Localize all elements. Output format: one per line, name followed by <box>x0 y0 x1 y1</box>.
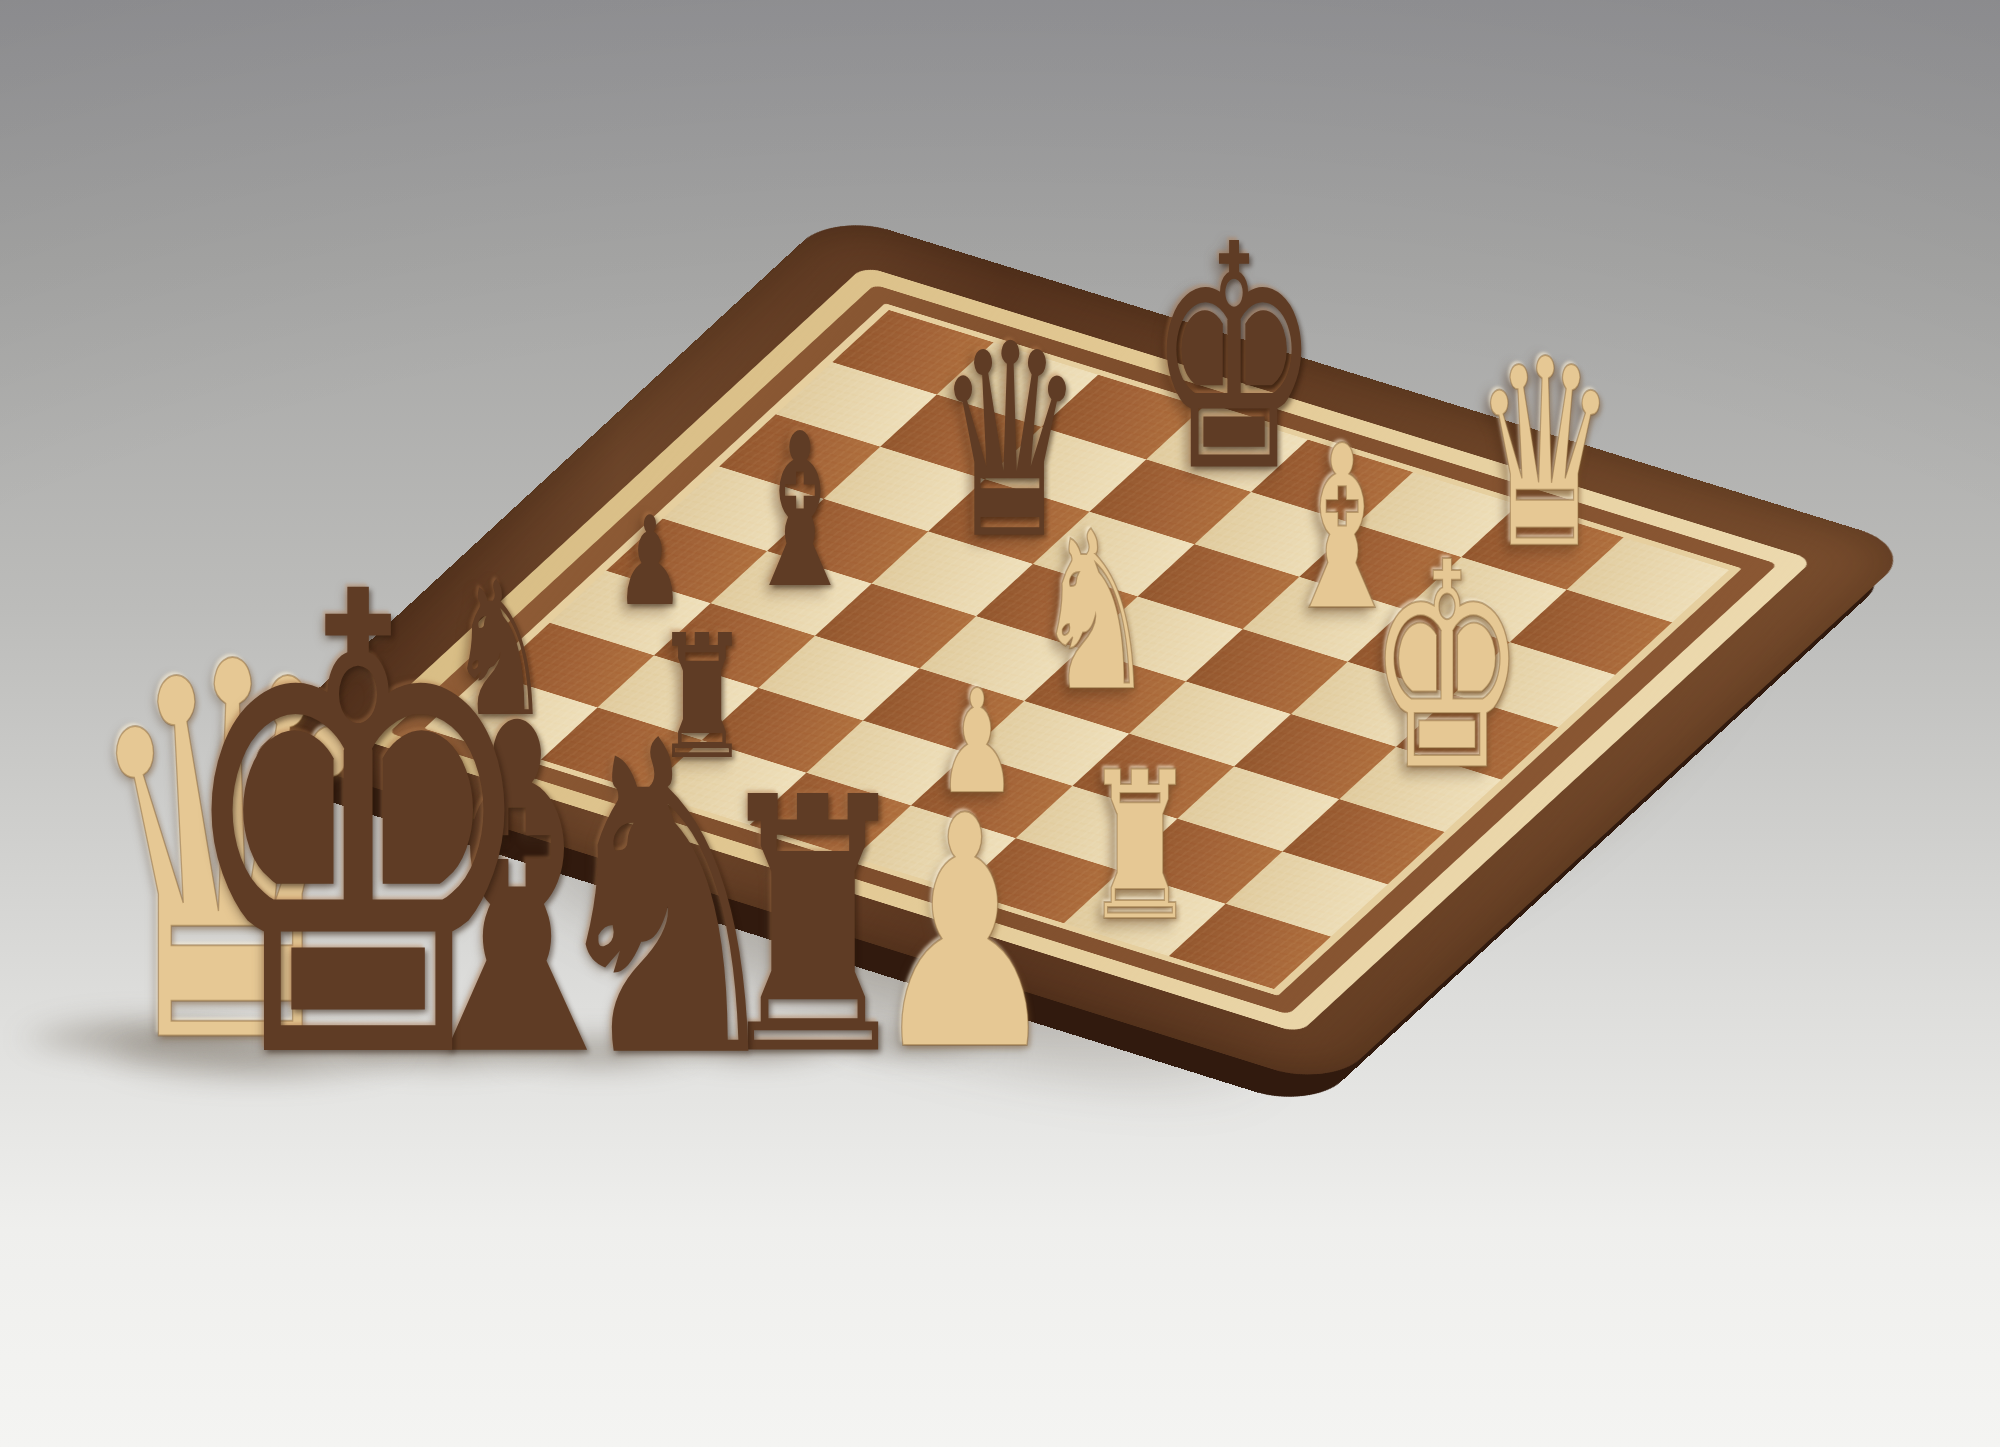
product-photo-stage: ♚♛♜♝♞♟♚♛♜♝♞♟ ♛♚♝♞♜♟ <box>0 0 2000 1447</box>
chess-board <box>437 310 1729 989</box>
foreground-pawn-shadow <box>806 1023 1021 1063</box>
